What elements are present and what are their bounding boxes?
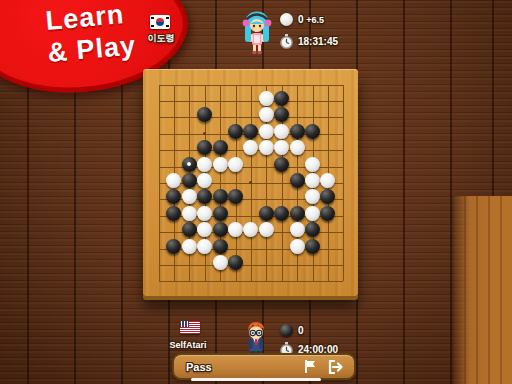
- white-stone: [259, 124, 274, 139]
- black-stone: [166, 189, 181, 204]
- black-stone: [290, 124, 305, 139]
- black-stone: [228, 124, 243, 139]
- black-stone: [305, 239, 320, 254]
- pass-button[interactable]: Pass: [172, 353, 356, 380]
- white-stone: [290, 239, 305, 254]
- top-komi: +6.5: [306, 15, 324, 25]
- white-stone: [182, 239, 197, 254]
- bottom-captures-row: 0: [280, 324, 304, 337]
- black-stone: [320, 206, 335, 221]
- white-stone: [228, 222, 243, 237]
- bottom-player-name: SelfAtari: [162, 340, 214, 350]
- star-point: [203, 132, 206, 135]
- white-stone: [197, 173, 212, 188]
- white-stone: [290, 222, 305, 237]
- black-stone: [213, 189, 228, 204]
- white-stone: [274, 124, 289, 139]
- white-stone: [259, 140, 274, 155]
- white-stone: [274, 140, 289, 155]
- top-player-avatar: [240, 7, 274, 55]
- last-move-marker: [187, 162, 191, 166]
- black-stone-icon: [280, 324, 293, 337]
- top-clock-row: 18:31:45: [280, 34, 338, 49]
- white-stone: [213, 157, 228, 172]
- white-stone: [259, 222, 274, 237]
- white-stone: [305, 189, 320, 204]
- south-korea-flag-icon: [150, 15, 170, 29]
- white-stone: [305, 206, 320, 221]
- stopwatch-icon: [280, 34, 293, 49]
- game-screen: Learn & Play 이도령: [0, 0, 512, 384]
- united-states-flag-icon: [180, 321, 200, 334]
- white-stone: [197, 222, 212, 237]
- black-stone: [274, 206, 289, 221]
- grid-line-vertical: [343, 85, 344, 282]
- black-stone: [243, 124, 258, 139]
- bottom-captures-count: 0: [298, 325, 304, 336]
- us-flag-canton: [180, 321, 189, 327]
- white-stone: [182, 189, 197, 204]
- go-board[interactable]: [143, 69, 358, 296]
- black-stone: [228, 189, 243, 204]
- pass-button-label: Pass: [186, 361, 212, 373]
- black-stone: [305, 124, 320, 139]
- black-stone: [213, 239, 228, 254]
- exit-icon[interactable]: [327, 359, 344, 375]
- grid-line-horizontal: [159, 281, 344, 282]
- taeguk-symbol: [156, 18, 164, 26]
- white-stone: [305, 173, 320, 188]
- white-stone: [259, 91, 274, 106]
- white-stone: [243, 140, 258, 155]
- top-player-clock: 18:31:45: [298, 36, 338, 47]
- black-stone: [259, 206, 274, 221]
- black-stone: [290, 206, 305, 221]
- black-stone: [213, 222, 228, 237]
- black-stone: [213, 140, 228, 155]
- top-player-name: 이도령: [141, 32, 181, 45]
- white-stone: [182, 206, 197, 221]
- white-stone: [320, 173, 335, 188]
- floor-wood-patch: [452, 196, 512, 384]
- top-captures-count: 0: [298, 14, 304, 25]
- resign-flag-icon[interactable]: [303, 359, 317, 374]
- black-stone: [197, 140, 212, 155]
- black-stone: [197, 189, 212, 204]
- home-indicator[interactable]: [191, 378, 321, 381]
- white-stone: [213, 255, 228, 270]
- black-stone: [320, 189, 335, 204]
- white-stone: [305, 157, 320, 172]
- white-stone: [166, 173, 181, 188]
- white-stone: [228, 157, 243, 172]
- black-stone: [274, 157, 289, 172]
- black-stone: [290, 173, 305, 188]
- grid-line-horizontal: [159, 265, 344, 266]
- black-stone: [182, 173, 197, 188]
- white-stone: [259, 107, 274, 122]
- black-stone: [182, 157, 197, 172]
- black-stone: [182, 222, 197, 237]
- white-stone: [197, 206, 212, 221]
- top-captures-row: 0 +6.5: [280, 13, 324, 26]
- star-point: [249, 181, 252, 184]
- white-stone-icon: [280, 13, 293, 26]
- black-stone: [197, 107, 212, 122]
- white-stone: [290, 140, 305, 155]
- black-stone: [274, 91, 289, 106]
- black-stone: [213, 206, 228, 221]
- white-stone: [197, 239, 212, 254]
- black-stone: [274, 107, 289, 122]
- black-stone: [166, 239, 181, 254]
- white-stone: [243, 222, 258, 237]
- white-stone: [197, 157, 212, 172]
- black-stone: [305, 222, 320, 237]
- black-stone: [228, 255, 243, 270]
- black-stone: [166, 206, 181, 221]
